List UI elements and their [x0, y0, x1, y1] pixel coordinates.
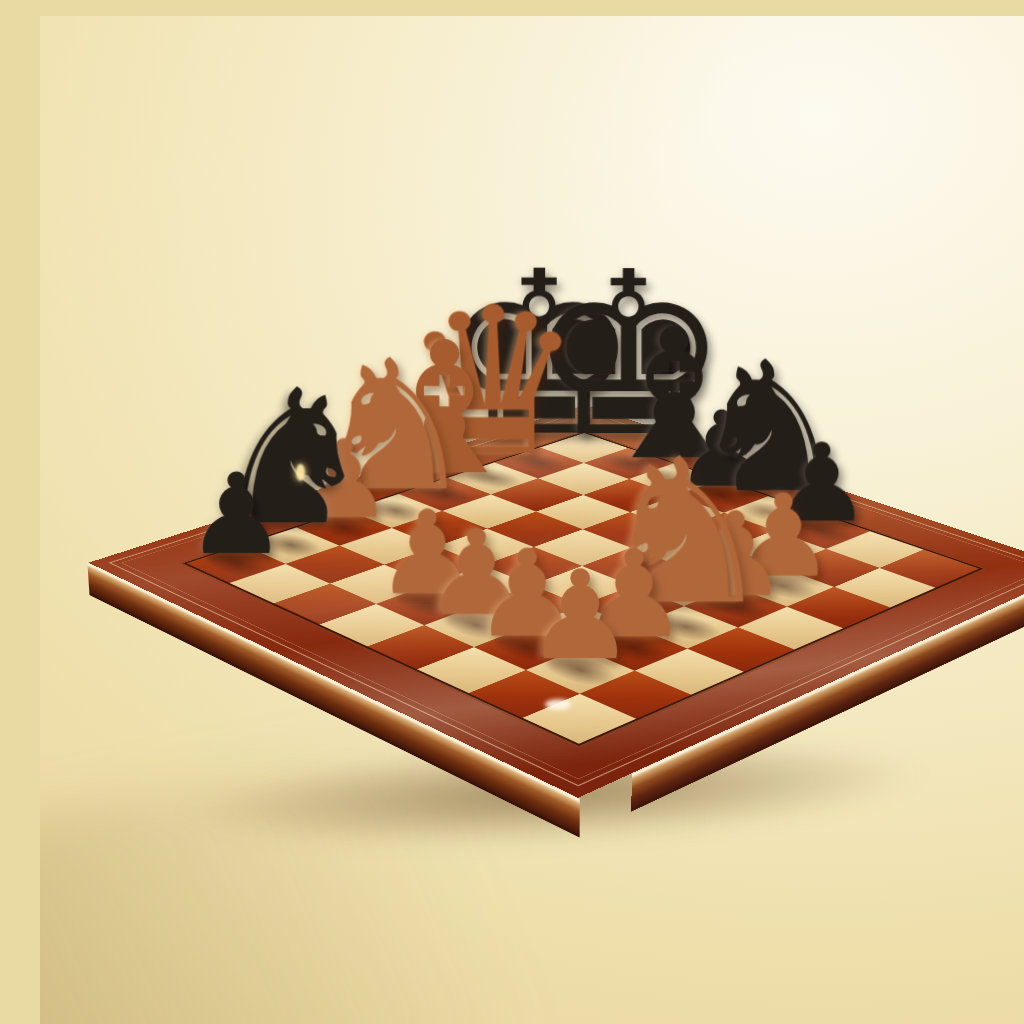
pawn-glyph: ♟	[525, 554, 635, 677]
pawn-glyph: ♟	[186, 458, 286, 570]
chess-photo-scene: ♚♝♟♞♟♚♛♟♝♟♞♞♟♟♞♟♟♟♟♟ Wooden chess pieces…	[40, 16, 1024, 1024]
board-glint-highlight	[296, 464, 305, 481]
frame-glint-highlight	[545, 699, 571, 710]
board-frame: ♚♝♟♞♟♚♛♟♝♟♞♞♟♟♞♟♟♟♟♟	[89, 405, 1024, 798]
perspective-scene: ♚♝♟♞♟♚♛♟♝♟♞♞♟♟♞♟♟♟♟♟	[40, 16, 1024, 1024]
square-a1[interactable]: ♟	[187, 545, 286, 583]
chess-board: ♚♝♟♞♟♚♛♟♝♟♞♞♟♟♞♟♟♟♟♟	[89, 405, 1024, 798]
